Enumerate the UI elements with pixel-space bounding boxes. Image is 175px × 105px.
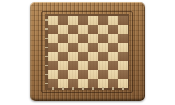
square-c2 [68, 70, 78, 79]
square-e3 [88, 61, 98, 70]
square-h2 [118, 70, 128, 79]
square-g8 [108, 16, 118, 25]
square-b6 [58, 34, 68, 43]
square-e7 [88, 25, 98, 34]
square-a5 [48, 43, 58, 52]
square-b8 [58, 16, 68, 25]
square-f2 [98, 70, 108, 79]
square-h7 [118, 25, 128, 34]
square-d5 [78, 43, 88, 52]
square-g5 [108, 43, 118, 52]
square-f7 [98, 25, 108, 34]
square-b3 [58, 61, 68, 70]
square-a7 [48, 25, 58, 34]
square-d8 [78, 16, 88, 25]
square-e5 [88, 43, 98, 52]
square-a6 [48, 34, 58, 43]
square-e4 [88, 52, 98, 61]
square-c5 [68, 43, 78, 52]
square-f3 [98, 61, 108, 70]
square-g4 [108, 52, 118, 61]
square-e8 [88, 16, 98, 25]
square-d3 [78, 61, 88, 70]
square-h8 [118, 16, 128, 25]
square-h6 [118, 34, 128, 43]
square-b4 [58, 52, 68, 61]
square-b2 [58, 70, 68, 79]
square-h3 [118, 61, 128, 70]
square-d4 [78, 52, 88, 61]
square-f6 [98, 34, 108, 43]
square-d6 [78, 34, 88, 43]
square-c6 [68, 34, 78, 43]
board-grid [48, 16, 128, 88]
square-d7 [78, 25, 88, 34]
square-c8 [68, 16, 78, 25]
walnut-inner-border [45, 14, 129, 90]
square-c7 [68, 25, 78, 34]
page-background: { "game": "chess", "position": "8/8/8/8/… [0, 0, 175, 105]
square-h4 [118, 52, 128, 61]
square-c4 [68, 52, 78, 61]
square-a3 [48, 61, 58, 70]
square-b5 [58, 43, 68, 52]
inlay-dots-left [45, 16, 48, 88]
square-e6 [88, 34, 98, 43]
square-f5 [98, 43, 108, 52]
square-e2 [88, 70, 98, 79]
square-d2 [78, 70, 88, 79]
square-b7 [58, 25, 68, 34]
square-g3 [108, 61, 118, 70]
square-g2 [108, 70, 118, 79]
inlay-dots-bottom [48, 87, 128, 90]
carved-wood-frame [30, 2, 145, 101]
square-g7 [108, 25, 118, 34]
chess-board [30, 2, 145, 101]
square-f8 [98, 16, 108, 25]
square-a4 [48, 52, 58, 61]
square-g6 [108, 34, 118, 43]
square-c3 [68, 61, 78, 70]
square-a2 [48, 70, 58, 79]
square-a8 [48, 16, 58, 25]
square-f4 [98, 52, 108, 61]
square-h5 [118, 43, 128, 52]
